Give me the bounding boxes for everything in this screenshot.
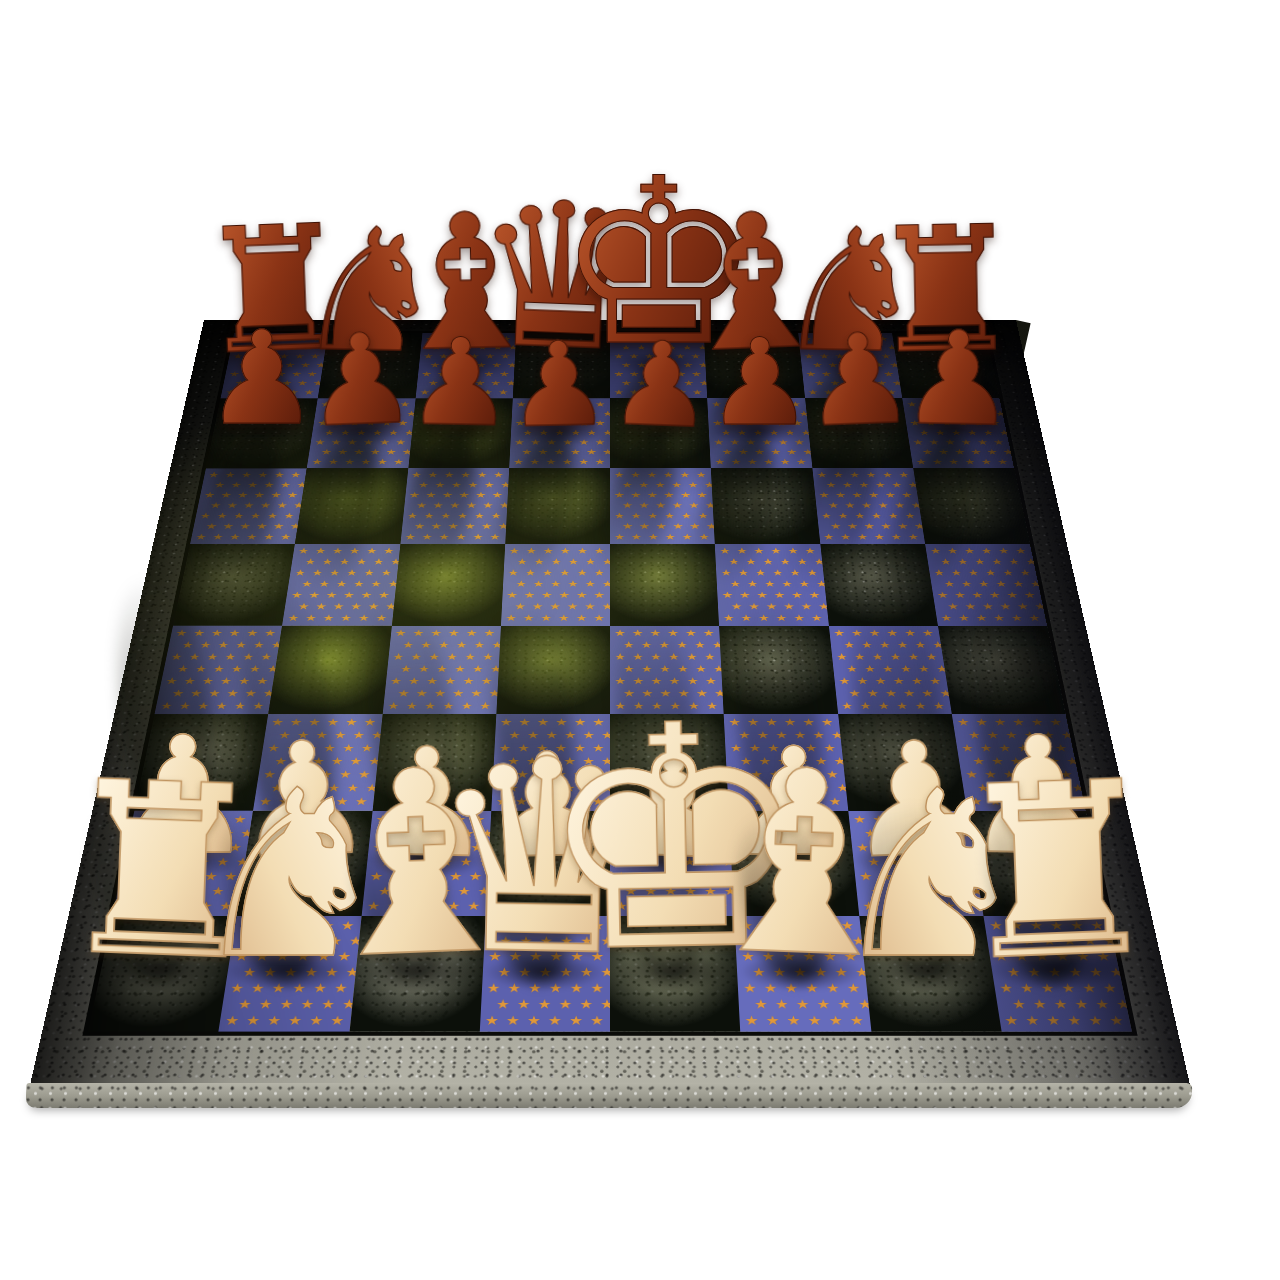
square-h2 (967, 811, 1108, 916)
star-pattern: ★ ★ ★ ★ ★ ★ ★ ★ ★ ★ ★ ★ ★ ★ ★ ★ ★ ★ ★ ★ … (734, 916, 870, 1032)
square-f6 (711, 468, 820, 544)
star-pattern: ★ ★ ★ ★ ★ ★ ★ ★ ★ ★ ★ ★ ★ ★ ★ ★ ★ ★ ★ ★ … (812, 468, 925, 544)
square-b7: ★ ★ ★ ★ ★ ★ ★ ★ ★ ★ ★ ★ ★ ★ ★ ★ ★ ★ ★ ★ … (307, 398, 415, 468)
square-c4: ★ ★ ★ ★ ★ ★ ★ ★ ★ ★ ★ ★ ★ ★ ★ ★ ★ ★ ★ ★ … (382, 626, 501, 715)
square-a1 (88, 916, 237, 1032)
square-f5: ★ ★ ★ ★ ★ ★ ★ ★ ★ ★ ★ ★ ★ ★ ★ ★ ★ ★ ★ ★ … (715, 544, 829, 626)
star-pattern: ★ ★ ★ ★ ★ ★ ★ ★ ★ ★ ★ ★ ★ ★ ★ ★ ★ ★ ★ ★ … (221, 333, 329, 398)
square-d5: ★ ★ ★ ★ ★ ★ ★ ★ ★ ★ ★ ★ ★ ★ ★ ★ ★ ★ ★ ★ … (501, 544, 610, 626)
square-d1: ★ ★ ★ ★ ★ ★ ★ ★ ★ ★ ★ ★ ★ ★ ★ ★ ★ ★ ★ ★ … (480, 916, 610, 1032)
square-c8: ★ ★ ★ ★ ★ ★ ★ ★ ★ ★ ★ ★ ★ ★ ★ ★ ★ ★ ★ ★ … (415, 333, 516, 398)
star-pattern: ★ ★ ★ ★ ★ ★ ★ ★ ★ ★ ★ ★ ★ ★ ★ ★ ★ ★ ★ ★ … (491, 714, 610, 810)
star-pattern: ★ ★ ★ ★ ★ ★ ★ ★ ★ ★ ★ ★ ★ ★ ★ ★ ★ ★ ★ ★ … (155, 626, 283, 715)
square-h8 (892, 333, 1000, 398)
square-f4 (719, 626, 838, 715)
square-b5: ★ ★ ★ ★ ★ ★ ★ ★ ★ ★ ★ ★ ★ ★ ★ ★ ★ ★ ★ ★ … (282, 544, 400, 626)
square-f1: ★ ★ ★ ★ ★ ★ ★ ★ ★ ★ ★ ★ ★ ★ ★ ★ ★ ★ ★ ★ … (734, 916, 870, 1032)
square-c6: ★ ★ ★ ★ ★ ★ ★ ★ ★ ★ ★ ★ ★ ★ ★ ★ ★ ★ ★ ★ … (400, 468, 509, 544)
checkerboard-grid: ★ ★ ★ ★ ★ ★ ★ ★ ★ ★ ★ ★ ★ ★ ★ ★ ★ ★ ★ ★ … (82, 331, 1137, 1036)
star-pattern: ★ ★ ★ ★ ★ ★ ★ ★ ★ ★ ★ ★ ★ ★ ★ ★ ★ ★ ★ ★ … (415, 333, 516, 398)
square-e8: ★ ★ ★ ★ ★ ★ ★ ★ ★ ★ ★ ★ ★ ★ ★ ★ ★ ★ ★ ★ … (610, 333, 707, 398)
star-pattern: ★ ★ ★ ★ ★ ★ ★ ★ ★ ★ ★ ★ ★ ★ ★ ★ ★ ★ ★ ★ … (307, 398, 415, 468)
square-d3: ★ ★ ★ ★ ★ ★ ★ ★ ★ ★ ★ ★ ★ ★ ★ ★ ★ ★ ★ ★ … (491, 714, 610, 810)
star-pattern: ★ ★ ★ ★ ★ ★ ★ ★ ★ ★ ★ ★ ★ ★ ★ ★ ★ ★ ★ ★ … (610, 468, 715, 544)
star-pattern: ★ ★ ★ ★ ★ ★ ★ ★ ★ ★ ★ ★ ★ ★ ★ ★ ★ ★ ★ ★ … (382, 626, 501, 715)
star-pattern: ★ ★ ★ ★ ★ ★ ★ ★ ★ ★ ★ ★ ★ ★ ★ ★ ★ ★ ★ ★ … (361, 811, 491, 916)
star-pattern: ★ ★ ★ ★ ★ ★ ★ ★ ★ ★ ★ ★ ★ ★ ★ ★ ★ ★ ★ ★ … (253, 714, 382, 810)
square-c3 (372, 714, 496, 810)
square-b2 (237, 811, 372, 916)
star-pattern: ★ ★ ★ ★ ★ ★ ★ ★ ★ ★ ★ ★ ★ ★ ★ ★ ★ ★ ★ ★ … (501, 544, 610, 626)
square-c5 (392, 544, 506, 626)
square-a5 (173, 544, 295, 626)
square-h7: ★ ★ ★ ★ ★ ★ ★ ★ ★ ★ ★ ★ ★ ★ ★ ★ ★ ★ ★ ★ … (902, 398, 1014, 468)
square-c2: ★ ★ ★ ★ ★ ★ ★ ★ ★ ★ ★ ★ ★ ★ ★ ★ ★ ★ ★ ★ … (361, 811, 491, 916)
square-b3: ★ ★ ★ ★ ★ ★ ★ ★ ★ ★ ★ ★ ★ ★ ★ ★ ★ ★ ★ ★ … (253, 714, 382, 810)
square-e7 (610, 398, 711, 468)
star-pattern: ★ ★ ★ ★ ★ ★ ★ ★ ★ ★ ★ ★ ★ ★ ★ ★ ★ ★ ★ ★ … (610, 811, 734, 916)
square-g5 (820, 544, 938, 626)
star-pattern: ★ ★ ★ ★ ★ ★ ★ ★ ★ ★ ★ ★ ★ ★ ★ ★ ★ ★ ★ ★ … (828, 626, 951, 715)
star-pattern: ★ ★ ★ ★ ★ ★ ★ ★ ★ ★ ★ ★ ★ ★ ★ ★ ★ ★ ★ ★ … (902, 398, 1014, 468)
square-e1 (610, 916, 740, 1032)
square-b1: ★ ★ ★ ★ ★ ★ ★ ★ ★ ★ ★ ★ ★ ★ ★ ★ ★ ★ ★ ★ … (219, 916, 362, 1032)
star-pattern: ★ ★ ★ ★ ★ ★ ★ ★ ★ ★ ★ ★ ★ ★ ★ ★ ★ ★ ★ ★ … (282, 544, 400, 626)
star-pattern: ★ ★ ★ ★ ★ ★ ★ ★ ★ ★ ★ ★ ★ ★ ★ ★ ★ ★ ★ ★ … (219, 916, 362, 1032)
square-f8 (704, 333, 805, 398)
square-h3: ★ ★ ★ ★ ★ ★ ★ ★ ★ ★ ★ ★ ★ ★ ★ ★ ★ ★ ★ ★ … (952, 714, 1086, 810)
square-g1 (859, 916, 1002, 1032)
star-pattern: ★ ★ ★ ★ ★ ★ ★ ★ ★ ★ ★ ★ ★ ★ ★ ★ ★ ★ ★ ★ … (715, 544, 829, 626)
star-pattern: ★ ★ ★ ★ ★ ★ ★ ★ ★ ★ ★ ★ ★ ★ ★ ★ ★ ★ ★ ★ … (952, 714, 1086, 810)
star-pattern: ★ ★ ★ ★ ★ ★ ★ ★ ★ ★ ★ ★ ★ ★ ★ ★ ★ ★ ★ ★ … (707, 398, 812, 468)
square-e5 (610, 544, 719, 626)
board-edge-near (26, 1083, 1193, 1108)
square-a8: ★ ★ ★ ★ ★ ★ ★ ★ ★ ★ ★ ★ ★ ★ ★ ★ ★ ★ ★ ★ … (221, 333, 329, 398)
star-pattern: ★ ★ ★ ★ ★ ★ ★ ★ ★ ★ ★ ★ ★ ★ ★ ★ ★ ★ ★ ★ … (480, 916, 610, 1032)
square-f2 (729, 811, 859, 916)
star-pattern: ★ ★ ★ ★ ★ ★ ★ ★ ★ ★ ★ ★ ★ ★ ★ ★ ★ ★ ★ ★ … (400, 468, 509, 544)
square-c7 (408, 398, 513, 468)
square-b8 (318, 333, 422, 398)
square-h4 (938, 626, 1066, 715)
square-g3 (838, 714, 967, 810)
square-a4: ★ ★ ★ ★ ★ ★ ★ ★ ★ ★ ★ ★ ★ ★ ★ ★ ★ ★ ★ ★ … (155, 626, 283, 715)
square-d7: ★ ★ ★ ★ ★ ★ ★ ★ ★ ★ ★ ★ ★ ★ ★ ★ ★ ★ ★ ★ … (509, 398, 610, 468)
star-pattern: ★ ★ ★ ★ ★ ★ ★ ★ ★ ★ ★ ★ ★ ★ ★ ★ ★ ★ ★ ★ … (925, 544, 1047, 626)
star-pattern: ★ ★ ★ ★ ★ ★ ★ ★ ★ ★ ★ ★ ★ ★ ★ ★ ★ ★ ★ ★ … (983, 916, 1132, 1032)
square-d4 (496, 626, 610, 715)
star-pattern: ★ ★ ★ ★ ★ ★ ★ ★ ★ ★ ★ ★ ★ ★ ★ ★ ★ ★ ★ ★ … (610, 333, 707, 398)
square-g7 (805, 398, 913, 468)
square-e3 (610, 714, 729, 810)
square-d8 (513, 333, 610, 398)
star-pattern: ★ ★ ★ ★ ★ ★ ★ ★ ★ ★ ★ ★ ★ ★ ★ ★ ★ ★ ★ ★ … (610, 626, 724, 715)
square-a3 (134, 714, 268, 810)
square-h5: ★ ★ ★ ★ ★ ★ ★ ★ ★ ★ ★ ★ ★ ★ ★ ★ ★ ★ ★ ★ … (925, 544, 1047, 626)
star-pattern: ★ ★ ★ ★ ★ ★ ★ ★ ★ ★ ★ ★ ★ ★ ★ ★ ★ ★ ★ ★ … (509, 398, 610, 468)
square-e4: ★ ★ ★ ★ ★ ★ ★ ★ ★ ★ ★ ★ ★ ★ ★ ★ ★ ★ ★ ★ … (610, 626, 724, 715)
square-c1 (349, 916, 485, 1032)
square-b6 (295, 468, 408, 544)
chess-board: ★ ★ ★ ★ ★ ★ ★ ★ ★ ★ ★ ★ ★ ★ ★ ★ ★ ★ ★ ★ … (30, 320, 1190, 1085)
star-pattern: ★ ★ ★ ★ ★ ★ ★ ★ ★ ★ ★ ★ ★ ★ ★ ★ ★ ★ ★ ★ … (112, 811, 253, 916)
square-a7 (206, 398, 318, 468)
square-b4 (268, 626, 391, 715)
star-pattern: ★ ★ ★ ★ ★ ★ ★ ★ ★ ★ ★ ★ ★ ★ ★ ★ ★ ★ ★ ★ … (724, 714, 848, 810)
square-a2: ★ ★ ★ ★ ★ ★ ★ ★ ★ ★ ★ ★ ★ ★ ★ ★ ★ ★ ★ ★ … (112, 811, 253, 916)
square-h6 (913, 468, 1030, 544)
star-pattern: ★ ★ ★ ★ ★ ★ ★ ★ ★ ★ ★ ★ ★ ★ ★ ★ ★ ★ ★ ★ … (798, 333, 902, 398)
square-d6 (505, 468, 610, 544)
square-a6: ★ ★ ★ ★ ★ ★ ★ ★ ★ ★ ★ ★ ★ ★ ★ ★ ★ ★ ★ ★ … (190, 468, 307, 544)
square-e2: ★ ★ ★ ★ ★ ★ ★ ★ ★ ★ ★ ★ ★ ★ ★ ★ ★ ★ ★ ★ … (610, 811, 734, 916)
square-g8: ★ ★ ★ ★ ★ ★ ★ ★ ★ ★ ★ ★ ★ ★ ★ ★ ★ ★ ★ ★ … (798, 333, 902, 398)
square-e6: ★ ★ ★ ★ ★ ★ ★ ★ ★ ★ ★ ★ ★ ★ ★ ★ ★ ★ ★ ★ … (610, 468, 715, 544)
square-f7: ★ ★ ★ ★ ★ ★ ★ ★ ★ ★ ★ ★ ★ ★ ★ ★ ★ ★ ★ ★ … (707, 398, 812, 468)
square-g4: ★ ★ ★ ★ ★ ★ ★ ★ ★ ★ ★ ★ ★ ★ ★ ★ ★ ★ ★ ★ … (828, 626, 951, 715)
product-photo-scene: ★ ★ ★ ★ ★ ★ ★ ★ ★ ★ ★ ★ ★ ★ ★ ★ ★ ★ ★ ★ … (0, 0, 1280, 1280)
square-g2: ★ ★ ★ ★ ★ ★ ★ ★ ★ ★ ★ ★ ★ ★ ★ ★ ★ ★ ★ ★ … (848, 811, 983, 916)
square-h1: ★ ★ ★ ★ ★ ★ ★ ★ ★ ★ ★ ★ ★ ★ ★ ★ ★ ★ ★ ★ … (983, 916, 1132, 1032)
square-f3: ★ ★ ★ ★ ★ ★ ★ ★ ★ ★ ★ ★ ★ ★ ★ ★ ★ ★ ★ ★ … (724, 714, 848, 810)
square-d2 (486, 811, 610, 916)
star-pattern: ★ ★ ★ ★ ★ ★ ★ ★ ★ ★ ★ ★ ★ ★ ★ ★ ★ ★ ★ ★ … (848, 811, 983, 916)
square-g6: ★ ★ ★ ★ ★ ★ ★ ★ ★ ★ ★ ★ ★ ★ ★ ★ ★ ★ ★ ★ … (812, 468, 925, 544)
star-pattern: ★ ★ ★ ★ ★ ★ ★ ★ ★ ★ ★ ★ ★ ★ ★ ★ ★ ★ ★ ★ … (190, 468, 307, 544)
